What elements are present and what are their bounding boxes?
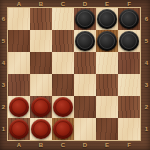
file-label-top-d: D xyxy=(74,0,96,7)
black-piece-d5[interactable] xyxy=(75,31,95,51)
square-d5[interactable] xyxy=(74,30,96,52)
square-e6[interactable] xyxy=(96,8,118,30)
file-label-bottom-f: F xyxy=(118,142,140,150)
square-f4[interactable] xyxy=(118,52,140,74)
square-c1[interactable] xyxy=(52,118,74,140)
square-e5[interactable] xyxy=(96,30,118,52)
black-piece-e6[interactable] xyxy=(97,9,117,29)
square-d4[interactable] xyxy=(74,52,96,74)
file-label-top-c: C xyxy=(52,0,74,7)
square-b6[interactable] xyxy=(30,8,52,30)
board-frame-inner-line xyxy=(7,7,141,141)
file-label-bottom-d: D xyxy=(74,142,96,150)
square-a2[interactable] xyxy=(8,96,30,118)
rank-label-right-6: 6 xyxy=(143,8,150,30)
rank-label-left-1: 1 xyxy=(0,118,7,140)
rank-label-right-1: 1 xyxy=(143,118,150,140)
square-d2[interactable] xyxy=(74,96,96,118)
square-b2[interactable] xyxy=(30,96,52,118)
square-e3[interactable] xyxy=(96,74,118,96)
file-label-top-a: A xyxy=(8,0,30,7)
red-piece-c2[interactable] xyxy=(53,97,73,117)
black-piece-d6[interactable] xyxy=(75,9,95,29)
square-b3[interactable] xyxy=(30,74,52,96)
black-piece-f6[interactable] xyxy=(119,9,139,29)
square-d3[interactable] xyxy=(74,74,96,96)
black-piece-e5[interactable] xyxy=(97,31,117,51)
file-label-bottom-e: E xyxy=(96,142,118,150)
square-a3[interactable] xyxy=(8,74,30,96)
square-c6[interactable] xyxy=(52,8,74,30)
rank-label-left-6: 6 xyxy=(0,8,7,30)
square-e4[interactable] xyxy=(96,52,118,74)
rank-label-left-2: 2 xyxy=(0,96,7,118)
black-piece-f5[interactable] xyxy=(119,31,139,51)
file-label-bottom-b: B xyxy=(30,142,52,150)
square-c4[interactable] xyxy=(52,52,74,74)
square-a6[interactable] xyxy=(8,8,30,30)
square-a1[interactable] xyxy=(8,118,30,140)
square-f2[interactable] xyxy=(118,96,140,118)
square-e2[interactable] xyxy=(96,96,118,118)
red-piece-c1[interactable] xyxy=(53,119,73,139)
rank-label-left-4: 4 xyxy=(0,52,7,74)
square-b4[interactable] xyxy=(30,52,52,74)
red-piece-b1[interactable] xyxy=(31,119,51,139)
rank-label-right-3: 3 xyxy=(143,74,150,96)
red-piece-a1[interactable] xyxy=(9,119,29,139)
square-f1[interactable] xyxy=(118,118,140,140)
square-d6[interactable] xyxy=(74,8,96,30)
square-b5[interactable] xyxy=(30,30,52,52)
red-piece-a2[interactable] xyxy=(9,97,29,117)
rank-label-right-5: 5 xyxy=(143,30,150,52)
file-label-bottom-a: A xyxy=(8,142,30,150)
rank-label-right-2: 2 xyxy=(143,96,150,118)
square-a4[interactable] xyxy=(8,52,30,74)
square-a5[interactable] xyxy=(8,30,30,52)
square-c3[interactable] xyxy=(52,74,74,96)
square-c5[interactable] xyxy=(52,30,74,52)
checkers-board-screen: ABCDEF ABCDEF 654321 654321 xyxy=(0,0,150,150)
file-label-top-b: B xyxy=(30,0,52,7)
square-d1[interactable] xyxy=(74,118,96,140)
board-grid xyxy=(8,8,140,140)
square-f3[interactable] xyxy=(118,74,140,96)
rank-label-left-3: 3 xyxy=(0,74,7,96)
file-label-bottom-c: C xyxy=(52,142,74,150)
rank-label-right-4: 4 xyxy=(143,52,150,74)
square-b1[interactable] xyxy=(30,118,52,140)
square-f5[interactable] xyxy=(118,30,140,52)
red-piece-b2[interactable] xyxy=(31,97,51,117)
square-f6[interactable] xyxy=(118,8,140,30)
file-label-top-e: E xyxy=(96,0,118,7)
rank-label-left-5: 5 xyxy=(0,30,7,52)
file-label-top-f: F xyxy=(118,0,140,7)
square-e1[interactable] xyxy=(96,118,118,140)
square-c2[interactable] xyxy=(52,96,74,118)
